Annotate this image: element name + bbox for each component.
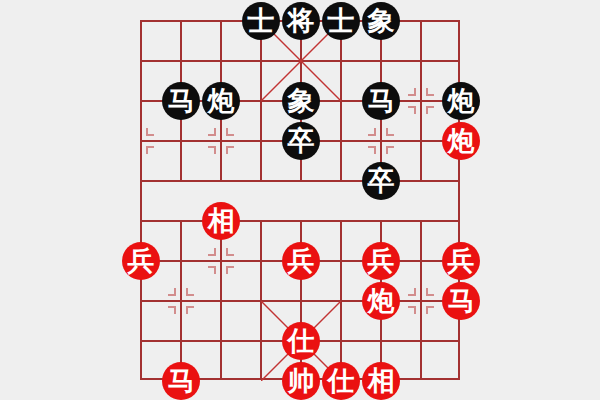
piece-black-general[interactable]: 将 bbox=[282, 2, 320, 40]
piece-black-elephant[interactable]: 象 bbox=[362, 2, 400, 40]
piece-red-soldier[interactable]: 兵 bbox=[362, 242, 400, 280]
board-cell bbox=[180, 260, 220, 300]
board-cell bbox=[220, 260, 260, 300]
xiangqi-app-background: 士将士象马炮象马炮卒炮卒相兵兵兵兵炮马仕马帅仕相 bbox=[0, 0, 600, 400]
piece-red-advisor[interactable]: 仕 bbox=[282, 322, 320, 360]
xiangqi-board[interactable]: 士将士象马炮象马炮卒炮卒相兵兵兵兵炮马仕马帅仕相 bbox=[140, 20, 460, 380]
piece-black-advisor[interactable]: 士 bbox=[322, 2, 360, 40]
board-cell bbox=[140, 20, 180, 60]
river-cell bbox=[300, 180, 340, 220]
piece-red-elephant[interactable]: 相 bbox=[202, 202, 240, 240]
piece-black-horse[interactable]: 马 bbox=[362, 82, 400, 120]
board-cell bbox=[420, 20, 460, 60]
board-cell bbox=[220, 340, 260, 380]
piece-black-soldier[interactable]: 卒 bbox=[282, 122, 320, 160]
piece-red-advisor[interactable]: 仕 bbox=[322, 362, 360, 400]
piece-red-cannon[interactable]: 炮 bbox=[362, 282, 400, 320]
board-cell bbox=[220, 140, 260, 180]
piece-red-cannon[interactable]: 炮 bbox=[442, 122, 480, 160]
piece-red-soldier[interactable]: 兵 bbox=[442, 242, 480, 280]
board-cell bbox=[180, 300, 220, 340]
board-cell bbox=[140, 140, 180, 180]
board-cell bbox=[180, 140, 220, 180]
piece-red-soldier[interactable]: 兵 bbox=[282, 242, 320, 280]
piece-black-horse[interactable]: 马 bbox=[162, 82, 200, 120]
board-cell bbox=[220, 300, 260, 340]
board-cell bbox=[180, 20, 220, 60]
piece-black-elephant[interactable]: 象 bbox=[282, 82, 320, 120]
river-cell bbox=[420, 180, 460, 220]
river-cell bbox=[140, 180, 180, 220]
board-cell bbox=[420, 340, 460, 380]
piece-black-cannon[interactable]: 炮 bbox=[202, 82, 240, 120]
piece-black-cannon[interactable]: 炮 bbox=[442, 82, 480, 120]
piece-red-horse[interactable]: 马 bbox=[162, 362, 200, 400]
river-cell bbox=[260, 180, 300, 220]
piece-red-soldier[interactable]: 兵 bbox=[122, 242, 160, 280]
piece-black-soldier[interactable]: 卒 bbox=[362, 162, 400, 200]
board-cell bbox=[140, 300, 180, 340]
piece-red-horse[interactable]: 马 bbox=[442, 282, 480, 320]
piece-black-advisor[interactable]: 士 bbox=[242, 2, 280, 40]
piece-red-general[interactable]: 帅 bbox=[282, 362, 320, 400]
piece-red-elephant[interactable]: 相 bbox=[362, 362, 400, 400]
